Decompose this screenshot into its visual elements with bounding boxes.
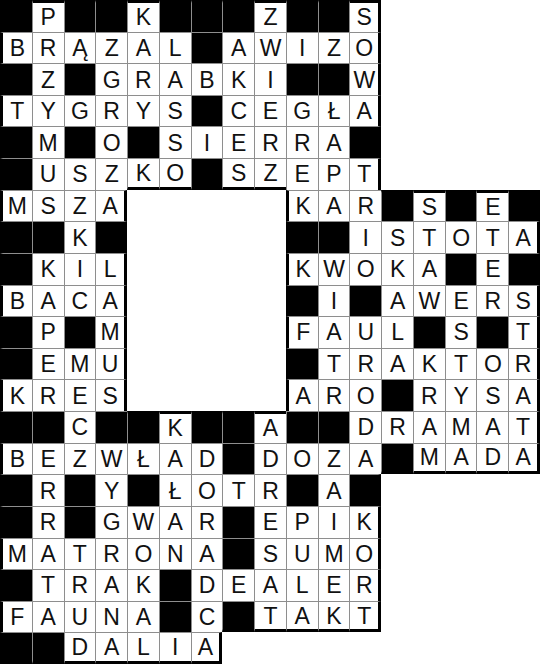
letter-cell-r20c4[interactable]: N (95, 601, 127, 633)
letter-cell-r5c6[interactable]: S (159, 126, 191, 158)
black-cell-r8c10 (286, 221, 318, 253)
letter-cell-r15c16[interactable]: D (476, 443, 508, 475)
letter-cell-r6c2[interactable]: U (32, 158, 64, 190)
letter-cell-r17c2[interactable]: R (32, 506, 64, 538)
void-area (381, 126, 413, 158)
letter-cell-r15c7[interactable]: D (191, 443, 223, 475)
letter-cell-r4c10[interactable]: G (286, 95, 318, 127)
letter-cell-r8c3[interactable]: K (64, 221, 96, 253)
void-area (381, 632, 413, 664)
black-cell-r1c7 (191, 0, 223, 32)
letter-cell-r5c11[interactable]: A (318, 126, 350, 158)
letter-cell-r5c9[interactable]: R (254, 126, 286, 158)
void-area (413, 95, 445, 127)
black-cell-r20c6 (159, 601, 191, 633)
black-cell-r9c17 (508, 253, 540, 285)
letter-cell-r15c3[interactable]: Z (64, 443, 96, 475)
void-area (222, 316, 254, 348)
letter-cell-r11c12[interactable]: U (349, 316, 381, 348)
black-cell-r1c8 (222, 0, 254, 32)
void-area (381, 474, 413, 506)
void-area (413, 32, 445, 64)
letter-cell-r13c12[interactable]: O (349, 379, 381, 411)
letter-cell-r14c3[interactable]: C (64, 411, 96, 443)
letter-cell-r19c3[interactable]: R (64, 569, 96, 601)
letter-cell-r7c16[interactable]: E (476, 190, 508, 222)
letter-cell-r16c2[interactable]: R (32, 474, 64, 506)
letter-cell-r17c10[interactable]: P (286, 506, 318, 538)
void-area (318, 632, 350, 664)
letter-cell-r15c6[interactable]: A (159, 443, 191, 475)
letter-cell-r20c5[interactable]: A (127, 601, 159, 633)
black-cell-r16c12 (349, 474, 381, 506)
letter-cell-r10c1[interactable]: B (0, 285, 32, 317)
letter-cell-r16c11[interactable]: A (318, 474, 350, 506)
void-area (159, 285, 191, 317)
letter-cell-r18c10[interactable]: U (286, 538, 318, 570)
letter-cell-r2c2[interactable]: R (32, 32, 64, 64)
letter-cell-r9c4[interactable]: L (95, 253, 127, 285)
letter-cell-r7c14[interactable]: S (413, 190, 445, 222)
letter-cell-r18c11[interactable]: M (318, 538, 350, 570)
letter-cell-r2c8[interactable]: A (222, 32, 254, 64)
void-area (508, 601, 540, 633)
black-cell-r14c4 (95, 411, 127, 443)
letter-cell-r15c4[interactable]: W (95, 443, 127, 475)
letter-cell-r7c12[interactable]: R (349, 190, 381, 222)
void-area (413, 538, 445, 570)
letter-cell-r10c17[interactable]: S (508, 285, 540, 317)
black-cell-r16c3 (64, 474, 96, 506)
letter-cell-r21c3[interactable]: D (64, 632, 96, 664)
letter-cell-r13c10[interactable]: A (286, 379, 318, 411)
letter-cell-r8c15[interactable]: O (445, 221, 477, 253)
letter-cell-r4c9[interactable]: E (254, 95, 286, 127)
void-area (413, 158, 445, 190)
letter-cell-r4c4[interactable]: R (95, 95, 127, 127)
letter-cell-r12c4[interactable]: U (95, 348, 127, 380)
letter-cell-r13c4[interactable]: S (95, 379, 127, 411)
letter-cell-r8c13[interactable]: S (381, 221, 413, 253)
letter-cell-r4c11[interactable]: Ł (318, 95, 350, 127)
letter-cell-r4c5[interactable]: Y (127, 95, 159, 127)
letter-cell-r21c4[interactable]: A (95, 632, 127, 664)
void-area (445, 32, 477, 64)
letter-cell-r9c13[interactable]: K (381, 253, 413, 285)
void-area (127, 348, 159, 380)
letter-cell-r15c2[interactable]: E (32, 443, 64, 475)
void-area (222, 253, 254, 285)
letter-cell-r7c3[interactable]: Z (64, 190, 96, 222)
letter-cell-r17c7[interactable]: R (191, 506, 223, 538)
letter-cell-r9c14[interactable]: A (413, 253, 445, 285)
letter-cell-r6c9[interactable]: Z (254, 158, 286, 190)
void-area (445, 632, 477, 664)
letter-cell-r6c11[interactable]: P (318, 158, 350, 190)
letter-cell-r17c6[interactable]: A (159, 506, 191, 538)
letter-cell-r2c1[interactable]: B (0, 32, 32, 64)
letter-cell-r15c9[interactable]: D (254, 443, 286, 475)
black-cell-r7c17 (508, 190, 540, 222)
letter-cell-r8c14[interactable]: T (413, 221, 445, 253)
black-cell-r3c10 (286, 63, 318, 95)
letter-cell-r6c5[interactable]: K (127, 158, 159, 190)
letter-cell-r13c17[interactable]: A (508, 379, 540, 411)
letter-cell-r19c12[interactable]: R (349, 569, 381, 601)
black-cell-r5c1 (0, 126, 32, 158)
black-cell-r11c14 (413, 316, 445, 348)
letter-cell-r14c6[interactable]: K (159, 411, 191, 443)
letter-cell-r4c8[interactable]: C (222, 95, 254, 127)
void-area (254, 285, 286, 317)
letter-cell-r20c11[interactable]: K (318, 601, 350, 633)
letter-cell-r2c12[interactable]: O (349, 32, 381, 64)
black-cell-r14c10 (286, 411, 318, 443)
void-area (508, 474, 540, 506)
letter-cell-r7c1[interactable]: M (0, 190, 32, 222)
void-area (476, 601, 508, 633)
void-area (254, 253, 286, 285)
letter-cell-r7c10[interactable]: K (286, 190, 318, 222)
void-area (127, 221, 159, 253)
letter-cell-r19c2[interactable]: T (32, 569, 64, 601)
void-area (381, 538, 413, 570)
letter-cell-r13c3[interactable]: E (64, 379, 96, 411)
void-area (191, 221, 223, 253)
letter-cell-r2c11[interactable]: Z (318, 32, 350, 64)
void-area (127, 253, 159, 285)
letter-cell-r15c14[interactable]: M (413, 443, 445, 475)
letter-cell-r14c15[interactable]: M (445, 411, 477, 443)
letter-cell-r3c8[interactable]: K (222, 63, 254, 95)
letter-cell-r16c6[interactable]: Ł (159, 474, 191, 506)
letter-cell-r19c5[interactable]: K (127, 569, 159, 601)
letter-cell-r6c6[interactable]: O (159, 158, 191, 190)
letter-cell-r7c11[interactable]: A (318, 190, 350, 222)
letter-cell-r6c8[interactable]: S (222, 158, 254, 190)
void-area (445, 601, 477, 633)
letter-cell-r4c2[interactable]: Y (32, 95, 64, 127)
letter-cell-r1c2[interactable]: P (32, 0, 64, 32)
letter-cell-r18c1[interactable]: M (0, 538, 32, 570)
letter-cell-r5c7[interactable]: I (191, 126, 223, 158)
letter-cell-r3c2[interactable]: Z (32, 63, 64, 95)
void-area (508, 506, 540, 538)
letter-cell-r18c7[interactable]: A (191, 538, 223, 570)
letter-cell-r12c12[interactable]: R (349, 348, 381, 380)
letter-cell-r19c8[interactable]: E (222, 569, 254, 601)
void-area (445, 63, 477, 95)
letter-cell-r5c10[interactable]: R (286, 126, 318, 158)
letter-cell-r11c2[interactable]: P (32, 316, 64, 348)
black-cell-r17c1 (0, 506, 32, 538)
letter-cell-r1c12[interactable]: S (349, 0, 381, 32)
void-area (191, 379, 223, 411)
crossword-board: PKZSBRĄZALAWIZOZGRABKIWTYGRYSCEGŁAMOSIER… (0, 0, 540, 664)
letter-cell-r7c4[interactable]: A (95, 190, 127, 222)
letter-cell-r9c2[interactable]: K (32, 253, 64, 285)
letter-cell-r11c11[interactable]: A (318, 316, 350, 348)
void-area (413, 63, 445, 95)
letter-cell-r21c7[interactable]: A (191, 632, 223, 664)
letter-cell-r3c4[interactable]: G (95, 63, 127, 95)
void-area (508, 126, 540, 158)
void-area (476, 506, 508, 538)
letter-cell-r12c13[interactable]: A (381, 348, 413, 380)
letter-cell-r19c7[interactable]: D (191, 569, 223, 601)
black-cell-r11c3 (64, 316, 96, 348)
void-area (413, 601, 445, 633)
letter-cell-r12c3[interactable]: M (64, 348, 96, 380)
letter-cell-r17c9[interactable]: E (254, 506, 286, 538)
letter-cell-r10c2[interactable]: A (32, 285, 64, 317)
letter-cell-r13c14[interactable]: R (413, 379, 445, 411)
black-cell-r8c4 (95, 221, 127, 253)
letter-cell-r1c9[interactable]: Z (254, 0, 286, 32)
void-area (254, 190, 286, 222)
void-area (476, 158, 508, 190)
void-area (159, 221, 191, 253)
letter-cell-r2c9[interactable]: W (254, 32, 286, 64)
letter-cell-r11c10[interactable]: F (286, 316, 318, 348)
black-cell-r10c10 (286, 285, 318, 317)
letter-cell-r19c10[interactable]: L (286, 569, 318, 601)
letter-cell-r20c3[interactable]: U (64, 601, 96, 633)
black-cell-r7c13 (381, 190, 413, 222)
void-area (191, 190, 223, 222)
letter-cell-r3c5[interactable]: R (127, 63, 159, 95)
letter-cell-r13c1[interactable]: K (0, 379, 32, 411)
letter-cell-r18c4[interactable]: R (95, 538, 127, 570)
letter-cell-r19c11[interactable]: E (318, 569, 350, 601)
void-area (159, 316, 191, 348)
letter-cell-r8c16[interactable]: T (476, 221, 508, 253)
void-area (127, 379, 159, 411)
letter-cell-r21c5[interactable]: L (127, 632, 159, 664)
void-area (222, 285, 254, 317)
letter-cell-r14c17[interactable]: T (508, 411, 540, 443)
black-cell-r15c13 (381, 443, 413, 475)
void-area (413, 126, 445, 158)
letter-cell-r17c4[interactable]: G (95, 506, 127, 538)
letter-cell-r15c17[interactable]: A (508, 443, 540, 475)
void-area (254, 221, 286, 253)
letter-cell-r15c5[interactable]: Ł (127, 443, 159, 475)
letter-cell-r1c5[interactable]: K (127, 0, 159, 32)
void-area (508, 63, 540, 95)
letter-cell-r5c4[interactable]: O (95, 126, 127, 158)
void-area (508, 0, 540, 32)
void-area (445, 506, 477, 538)
letter-cell-r12c14[interactable]: K (413, 348, 445, 380)
letter-cell-r6c12[interactable]: T (349, 158, 381, 190)
letter-cell-r2c3[interactable]: Ą (64, 32, 96, 64)
black-cell-r16c10 (286, 474, 318, 506)
letter-cell-r10c15[interactable]: E (445, 285, 477, 317)
letter-cell-r15c12[interactable]: A (349, 443, 381, 475)
letter-cell-r3c12[interactable]: W (349, 63, 381, 95)
black-cell-r20c8 (222, 601, 254, 633)
black-cell-r21c2 (32, 632, 64, 664)
letter-cell-r10c4[interactable]: A (95, 285, 127, 317)
letter-cell-r18c6[interactable]: N (159, 538, 191, 570)
letter-cell-r15c11[interactable]: Z (318, 443, 350, 475)
letter-cell-r20c7[interactable]: C (191, 601, 223, 633)
letter-cell-r3c6[interactable]: A (159, 63, 191, 95)
letter-cell-r14c16[interactable]: A (476, 411, 508, 443)
letter-cell-r10c14[interactable]: W (413, 285, 445, 317)
black-cell-r5c5 (127, 126, 159, 158)
letter-cell-r15c1[interactable]: B (0, 443, 32, 475)
letter-cell-r12c2[interactable]: E (32, 348, 64, 380)
black-cell-r14c5 (127, 411, 159, 443)
letter-cell-r14c14[interactable]: A (413, 411, 445, 443)
black-cell-r14c1 (0, 411, 32, 443)
letter-cell-r4c12[interactable]: A (349, 95, 381, 127)
void-area (222, 348, 254, 380)
letter-cell-r14c9[interactable]: A (254, 411, 286, 443)
letter-cell-r13c16[interactable]: S (476, 379, 508, 411)
letter-cell-r18c2[interactable]: A (32, 538, 64, 570)
void-area (413, 632, 445, 664)
letter-cell-r2c6[interactable]: L (159, 32, 191, 64)
letter-cell-r20c2[interactable]: A (32, 601, 64, 633)
letter-cell-r2c10[interactable]: I (286, 32, 318, 64)
letter-cell-r20c10[interactable]: A (286, 601, 318, 633)
void-area (254, 316, 286, 348)
letter-cell-r9c10[interactable]: K (286, 253, 318, 285)
void-area (413, 569, 445, 601)
letter-cell-r12c11[interactable]: T (318, 348, 350, 380)
letter-cell-r16c9[interactable]: R (254, 474, 286, 506)
void-area (381, 63, 413, 95)
letter-cell-r17c12[interactable]: K (349, 506, 381, 538)
letter-cell-r10c16[interactable]: R (476, 285, 508, 317)
letter-cell-r2c4[interactable]: Z (95, 32, 127, 64)
black-cell-r19c1 (0, 569, 32, 601)
letter-cell-r9c12[interactable]: O (349, 253, 381, 285)
letter-cell-r12c16[interactable]: O (476, 348, 508, 380)
letter-cell-r17c5[interactable]: W (127, 506, 159, 538)
letter-cell-r5c8[interactable]: E (222, 126, 254, 158)
black-cell-r1c1 (0, 0, 32, 32)
void-area (413, 0, 445, 32)
letter-cell-r3c7[interactable]: B (191, 63, 223, 95)
letter-cell-r4c6[interactable]: S (159, 95, 191, 127)
letter-cell-r6c10[interactable]: E (286, 158, 318, 190)
void-area (222, 221, 254, 253)
letter-cell-r9c16[interactable]: E (476, 253, 508, 285)
letter-cell-r13c11[interactable]: R (318, 379, 350, 411)
letter-cell-r18c3[interactable]: T (64, 538, 96, 570)
black-cell-r15c8 (222, 443, 254, 475)
void-area (445, 95, 477, 127)
letter-cell-r18c9[interactable]: S (254, 538, 286, 570)
letter-cell-r9c11[interactable]: W (318, 253, 350, 285)
letter-cell-r8c12[interactable]: I (349, 221, 381, 253)
black-cell-r3c3 (64, 63, 96, 95)
letter-cell-r10c3[interactable]: C (64, 285, 96, 317)
letter-cell-r3c9[interactable]: I (254, 63, 286, 95)
letter-cell-r14c13[interactable]: R (381, 411, 413, 443)
letter-cell-r18c5[interactable]: O (127, 538, 159, 570)
letter-cell-r11c4[interactable]: M (95, 316, 127, 348)
void-area (159, 348, 191, 380)
black-cell-r12c10 (286, 348, 318, 380)
black-cell-r9c15 (445, 253, 477, 285)
void-area (381, 506, 413, 538)
void-area (191, 348, 223, 380)
void-area (159, 190, 191, 222)
letter-cell-r10c11[interactable]: I (318, 285, 350, 317)
black-cell-r1c3 (64, 0, 96, 32)
letter-cell-r2c5[interactable]: A (127, 32, 159, 64)
letter-cell-r7c2[interactable]: S (32, 190, 64, 222)
letter-cell-r14c12[interactable]: D (349, 411, 381, 443)
letter-cell-r19c4[interactable]: A (95, 569, 127, 601)
letter-cell-r4c1[interactable]: T (0, 95, 32, 127)
black-cell-r9c1 (0, 253, 32, 285)
letter-cell-r11c15[interactable]: S (445, 316, 477, 348)
letter-cell-r10c13[interactable]: A (381, 285, 413, 317)
void-area (508, 95, 540, 127)
black-cell-r1c4 (95, 0, 127, 32)
void-area (476, 63, 508, 95)
letter-cell-r16c7[interactable]: O (191, 474, 223, 506)
black-cell-r14c7 (191, 411, 223, 443)
letter-cell-r15c10[interactable]: O (286, 443, 318, 475)
letter-cell-r12c17[interactable]: R (508, 348, 540, 380)
letter-cell-r6c4[interactable]: Z (95, 158, 127, 190)
letter-cell-r20c9[interactable]: T (254, 601, 286, 633)
black-cell-r5c3 (64, 126, 96, 158)
void-area (508, 569, 540, 601)
letter-cell-r5c2[interactable]: M (32, 126, 64, 158)
letter-cell-r4c3[interactable]: G (64, 95, 96, 127)
void-area (254, 348, 286, 380)
void-area (508, 158, 540, 190)
void-area (445, 474, 477, 506)
letter-cell-r18c12[interactable]: O (349, 538, 381, 570)
letter-cell-r6c3[interactable]: S (64, 158, 96, 190)
letter-cell-r11c17[interactable]: T (508, 316, 540, 348)
letter-cell-r12c15[interactable]: T (445, 348, 477, 380)
void-area (159, 379, 191, 411)
void-area (286, 632, 318, 664)
void-area (222, 190, 254, 222)
letter-cell-r9c3[interactable]: I (64, 253, 96, 285)
letter-cell-r8c17[interactable]: A (508, 221, 540, 253)
void-area (381, 601, 413, 633)
letter-cell-r13c15[interactable]: Y (445, 379, 477, 411)
letter-cell-r16c8[interactable]: T (222, 474, 254, 506)
letter-cell-r17c11[interactable]: I (318, 506, 350, 538)
letter-cell-r15c15[interactable]: A (445, 443, 477, 475)
void-area (127, 285, 159, 317)
letter-cell-r21c6[interactable]: I (159, 632, 191, 664)
letter-cell-r19c9[interactable]: A (254, 569, 286, 601)
letter-cell-r13c2[interactable]: R (32, 379, 64, 411)
black-cell-r8c1 (0, 221, 32, 253)
letter-cell-r16c4[interactable]: Y (95, 474, 127, 506)
black-cell-r1c6 (159, 0, 191, 32)
void-area (413, 506, 445, 538)
void-area (476, 474, 508, 506)
letter-cell-r11c13[interactable]: L (381, 316, 413, 348)
letter-cell-r20c12[interactable]: T (349, 601, 381, 633)
letter-cell-r20c1[interactable]: F (0, 601, 32, 633)
black-cell-r14c11 (318, 411, 350, 443)
